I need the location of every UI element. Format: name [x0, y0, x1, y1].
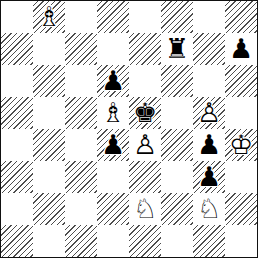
square-g4[interactable]: ♟♟: [193, 129, 225, 161]
square-d8[interactable]: [97, 1, 129, 33]
square-c2[interactable]: [65, 193, 97, 225]
square-e5[interactable]: ♚♚: [129, 97, 161, 129]
square-d7[interactable]: [97, 33, 129, 65]
piece-halo: ♞: [193, 193, 225, 225]
square-d4[interactable]: ♟♟: [97, 129, 129, 161]
piece-halo: ♟: [225, 33, 257, 65]
square-h5[interactable]: [225, 97, 257, 129]
white-knight-icon: ♘: [129, 193, 161, 225]
square-f5[interactable]: [161, 97, 193, 129]
square-c6[interactable]: [65, 65, 97, 97]
square-a4[interactable]: [1, 129, 33, 161]
white-bishop-icon: ♗: [33, 1, 65, 33]
square-f8[interactable]: [161, 1, 193, 33]
piece-halo: ♟: [193, 129, 225, 161]
piece-halo: ♟: [193, 97, 225, 129]
square-e8[interactable]: [129, 1, 161, 33]
black-king-icon: ♚: [129, 97, 161, 129]
square-e4[interactable]: ♟♙: [129, 129, 161, 161]
square-h8[interactable]: [225, 1, 257, 33]
square-b7[interactable]: [33, 33, 65, 65]
square-a3[interactable]: [1, 161, 33, 193]
square-g8[interactable]: [193, 1, 225, 33]
square-b3[interactable]: [33, 161, 65, 193]
piece-halo: ♝: [97, 97, 129, 129]
square-h4[interactable]: ♚♔: [225, 129, 257, 161]
piece-halo: ♚: [129, 97, 161, 129]
square-a8[interactable]: [1, 1, 33, 33]
white-pawn-icon: ♙: [193, 97, 225, 129]
square-f4[interactable]: [161, 129, 193, 161]
white-knight-icon: ♘: [193, 193, 225, 225]
black-rook-icon: ♜: [161, 33, 193, 65]
square-a7[interactable]: [1, 33, 33, 65]
piece-halo: ♟: [193, 161, 225, 193]
square-c5[interactable]: [65, 97, 97, 129]
square-a5[interactable]: [1, 97, 33, 129]
piece-halo: ♟: [97, 65, 129, 97]
square-e6[interactable]: [129, 65, 161, 97]
square-e2[interactable]: ♞♘: [129, 193, 161, 225]
square-f7[interactable]: ♜♜: [161, 33, 193, 65]
white-bishop-icon: ♗: [97, 97, 129, 129]
piece-halo: ♜: [161, 33, 193, 65]
square-b5[interactable]: [33, 97, 65, 129]
square-a6[interactable]: [1, 65, 33, 97]
square-f1[interactable]: [161, 225, 193, 257]
square-b8[interactable]: ♝♗: [33, 1, 65, 33]
square-c1[interactable]: [65, 225, 97, 257]
square-d2[interactable]: [97, 193, 129, 225]
square-b6[interactable]: [33, 65, 65, 97]
square-b2[interactable]: [33, 193, 65, 225]
black-pawn-icon: ♟: [225, 33, 257, 65]
chess-board: ♝♗♜♜♟♟♟♟♝♗♚♚♟♙♟♟♟♙♟♟♚♔♟♟♞♘♞♘: [1, 1, 257, 257]
square-g6[interactable]: [193, 65, 225, 97]
piece-halo: ♚: [225, 129, 257, 161]
square-d6[interactable]: ♟♟: [97, 65, 129, 97]
square-e3[interactable]: [129, 161, 161, 193]
chess-board-frame: ♝♗♜♜♟♟♟♟♝♗♚♚♟♙♟♟♟♙♟♟♚♔♟♟♞♘♞♘: [0, 0, 258, 258]
black-pawn-icon: ♟: [193, 161, 225, 193]
square-c3[interactable]: [65, 161, 97, 193]
square-h7[interactable]: ♟♟: [225, 33, 257, 65]
square-h1[interactable]: [225, 225, 257, 257]
black-pawn-icon: ♟: [97, 65, 129, 97]
square-d5[interactable]: ♝♗: [97, 97, 129, 129]
square-h3[interactable]: [225, 161, 257, 193]
square-g5[interactable]: ♟♙: [193, 97, 225, 129]
square-c4[interactable]: [65, 129, 97, 161]
black-pawn-icon: ♟: [193, 129, 225, 161]
square-f6[interactable]: [161, 65, 193, 97]
square-b4[interactable]: [33, 129, 65, 161]
square-g7[interactable]: [193, 33, 225, 65]
square-f3[interactable]: [161, 161, 193, 193]
square-g1[interactable]: [193, 225, 225, 257]
square-c8[interactable]: [65, 1, 97, 33]
square-a1[interactable]: [1, 225, 33, 257]
square-h6[interactable]: [225, 65, 257, 97]
piece-halo: ♟: [97, 129, 129, 161]
white-king-icon: ♔: [225, 129, 257, 161]
square-d1[interactable]: [97, 225, 129, 257]
square-b1[interactable]: [33, 225, 65, 257]
square-g2[interactable]: ♞♘: [193, 193, 225, 225]
piece-halo: ♞: [129, 193, 161, 225]
white-pawn-icon: ♙: [129, 129, 161, 161]
square-a2[interactable]: [1, 193, 33, 225]
square-d3[interactable]: [97, 161, 129, 193]
square-h2[interactable]: [225, 193, 257, 225]
square-e1[interactable]: [129, 225, 161, 257]
square-c7[interactable]: [65, 33, 97, 65]
piece-halo: ♟: [129, 129, 161, 161]
square-g3[interactable]: ♟♟: [193, 161, 225, 193]
piece-halo: ♝: [33, 1, 65, 33]
black-pawn-icon: ♟: [97, 129, 129, 161]
square-e7[interactable]: [129, 33, 161, 65]
square-f2[interactable]: [161, 193, 193, 225]
